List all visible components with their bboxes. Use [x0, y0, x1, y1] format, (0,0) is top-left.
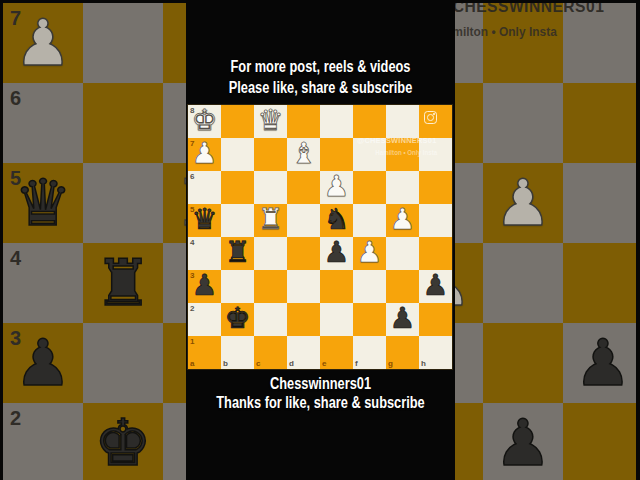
- square-e7: [320, 138, 353, 171]
- white-rook-c5: ♜: [258, 205, 284, 234]
- square-b3: [221, 270, 254, 303]
- rank-label-3: 3: [190, 271, 194, 280]
- square-g4: [386, 237, 419, 270]
- square-h1: h: [419, 336, 452, 369]
- file-label-b: b: [223, 359, 228, 368]
- white-pawn-a7: ♟: [14, 11, 71, 75]
- square-h6: [419, 171, 452, 204]
- square-d5: [287, 204, 320, 237]
- square-c4: [254, 237, 287, 270]
- rank-label-8: 8: [190, 106, 194, 115]
- file-label-g: g: [388, 359, 393, 368]
- square-h5: [419, 204, 452, 237]
- black-pawn-g2: ♟: [390, 304, 416, 333]
- white-pawn-a7: ♟: [192, 139, 218, 168]
- square-a5: 5♛: [3, 163, 83, 243]
- square-b7: [83, 3, 163, 83]
- black-pawn-h3: ♟: [574, 331, 631, 395]
- square-b4: ♜: [83, 243, 163, 323]
- square-a1: 1a: [188, 336, 221, 369]
- video-strip: For more post, reels & videos Please lik…: [186, 0, 455, 480]
- rank-label-3: 3: [10, 327, 21, 350]
- square-f8: [353, 105, 386, 138]
- file-label-h: h: [421, 359, 426, 368]
- black-rook-b4: ♜: [94, 251, 151, 315]
- white-pawn-e6: ♟: [324, 172, 350, 201]
- square-e2: [320, 303, 353, 336]
- square-d6: [287, 171, 320, 204]
- square-c1: c: [254, 336, 287, 369]
- square-a3: 3♟: [3, 323, 83, 403]
- square-g5: ♟: [386, 204, 419, 237]
- square-b8: [221, 105, 254, 138]
- square-c5: ♜: [254, 204, 287, 237]
- square-b2: ♚: [83, 403, 163, 480]
- square-g6: [483, 83, 563, 163]
- square-a7: 7♟: [188, 138, 221, 171]
- square-h4: [419, 237, 452, 270]
- black-rook-b4: ♜: [225, 238, 251, 267]
- black-pawn-a3: ♟: [14, 331, 71, 395]
- rank-label-2: 2: [10, 407, 21, 430]
- square-b4: ♜: [221, 237, 254, 270]
- square-g2: ♟: [483, 403, 563, 480]
- white-pawn-g5: ♟: [494, 171, 551, 235]
- file-label-c: c: [256, 359, 260, 368]
- bottom-caption-line-1: Chesswinners01: [213, 375, 428, 393]
- square-b3: [83, 323, 163, 403]
- square-c7: [254, 138, 287, 171]
- square-g6: [386, 171, 419, 204]
- rank-label-4: 4: [190, 238, 194, 247]
- square-a2: 2: [188, 303, 221, 336]
- square-g3: [386, 270, 419, 303]
- file-label-a: a: [190, 359, 194, 368]
- square-d3: [287, 270, 320, 303]
- square-a8: 8♚: [188, 105, 221, 138]
- top-caption-line-2: Please like, share & subscribe: [213, 79, 428, 97]
- square-b5: [221, 204, 254, 237]
- square-h4: [563, 243, 640, 323]
- square-c8: ♛: [254, 105, 287, 138]
- rank-label-7: 7: [10, 7, 21, 30]
- instagram-icon: [424, 111, 437, 124]
- square-g3: [483, 323, 563, 403]
- square-d4: [287, 237, 320, 270]
- square-d1: d: [287, 336, 320, 369]
- watermark-tagline: Hamilton • Only Insta: [375, 149, 437, 156]
- square-d7: ♝: [287, 138, 320, 171]
- square-d2: [287, 303, 320, 336]
- square-a6: 6: [188, 171, 221, 204]
- bottom-caption-line-2: Thanks for like, share & subscribe: [213, 394, 428, 412]
- square-e5: ♞: [320, 204, 353, 237]
- square-f2: [353, 303, 386, 336]
- rank-label-5: 5: [190, 205, 194, 214]
- white-king-a8: ♚: [192, 106, 218, 135]
- rank-label-1: 1: [190, 337, 194, 346]
- square-b6: [221, 171, 254, 204]
- black-king-b2: ♚: [94, 411, 151, 475]
- rank-label-7: 7: [190, 139, 194, 148]
- square-d8: [287, 105, 320, 138]
- square-a3: 3♟: [188, 270, 221, 303]
- square-g4: [483, 243, 563, 323]
- square-f3: [353, 270, 386, 303]
- file-label-e: e: [322, 359, 326, 368]
- square-e3: [320, 270, 353, 303]
- square-h2: [419, 303, 452, 336]
- rank-label-2: 2: [190, 304, 194, 313]
- white-pawn-f4: ♟: [357, 238, 383, 267]
- square-e8: [320, 105, 353, 138]
- square-h6: [563, 83, 640, 163]
- square-h2: [563, 403, 640, 480]
- square-b7: [221, 138, 254, 171]
- black-pawn-e4: ♟: [324, 238, 350, 267]
- square-f6: [353, 171, 386, 204]
- square-c2: [254, 303, 287, 336]
- top-caption-line-1: For more post, reels & videos: [213, 58, 428, 76]
- black-king-b2: ♚: [225, 304, 251, 333]
- rank-label-6: 6: [10, 87, 21, 110]
- black-queen-a5: ♛: [14, 171, 71, 235]
- white-pawn-g5: ♟: [390, 205, 416, 234]
- square-h3: ♟: [419, 270, 452, 303]
- square-c6: [254, 171, 287, 204]
- square-e6: ♟: [320, 171, 353, 204]
- square-e1: e: [320, 336, 353, 369]
- file-label-d: d: [289, 359, 294, 368]
- square-e4: ♟: [320, 237, 353, 270]
- black-queen-a5: ♛: [192, 205, 218, 234]
- black-pawn-h3: ♟: [423, 271, 449, 300]
- square-g2: ♟: [386, 303, 419, 336]
- square-h3: ♟: [563, 323, 640, 403]
- rank-label-6: 6: [190, 172, 194, 181]
- black-knight-e5: ♞: [324, 205, 350, 234]
- black-pawn-g2: ♟: [494, 411, 551, 475]
- square-b2: ♚: [221, 303, 254, 336]
- square-g1: g: [386, 336, 419, 369]
- square-a4: 4: [3, 243, 83, 323]
- square-g8: [386, 105, 419, 138]
- file-label-f: f: [355, 359, 358, 368]
- square-b1: b: [221, 336, 254, 369]
- white-queen-c8: ♛: [258, 106, 284, 135]
- square-a7: 7♟: [3, 3, 83, 83]
- square-a4: 4: [188, 237, 221, 270]
- square-f4: ♟: [353, 237, 386, 270]
- white-bishop-d7: ♝: [291, 139, 317, 168]
- square-a5: 5♛: [188, 204, 221, 237]
- square-b6: [83, 83, 163, 163]
- rank-label-5: 5: [10, 167, 21, 190]
- black-pawn-a3: ♟: [192, 271, 218, 300]
- square-a6: 6: [3, 83, 83, 163]
- square-f1: f: [353, 336, 386, 369]
- square-a2: 2: [3, 403, 83, 480]
- square-f5: [353, 204, 386, 237]
- square-g5: ♟: [483, 163, 563, 243]
- rank-label-4: 4: [10, 247, 21, 270]
- square-c3: [254, 270, 287, 303]
- square-b5: [83, 163, 163, 243]
- square-h5: [563, 163, 640, 243]
- right-letterbox-bar: [636, 0, 640, 480]
- video-frame: 8♚♛7♟♝6♟5♛♜♞♟4♜♟♟3♟♟2♚♟1abcdefgh @CHESSW…: [0, 0, 640, 480]
- left-letterbox-bar: [0, 0, 3, 480]
- watermark-handle: @CHESSWINNERS01: [357, 136, 437, 145]
